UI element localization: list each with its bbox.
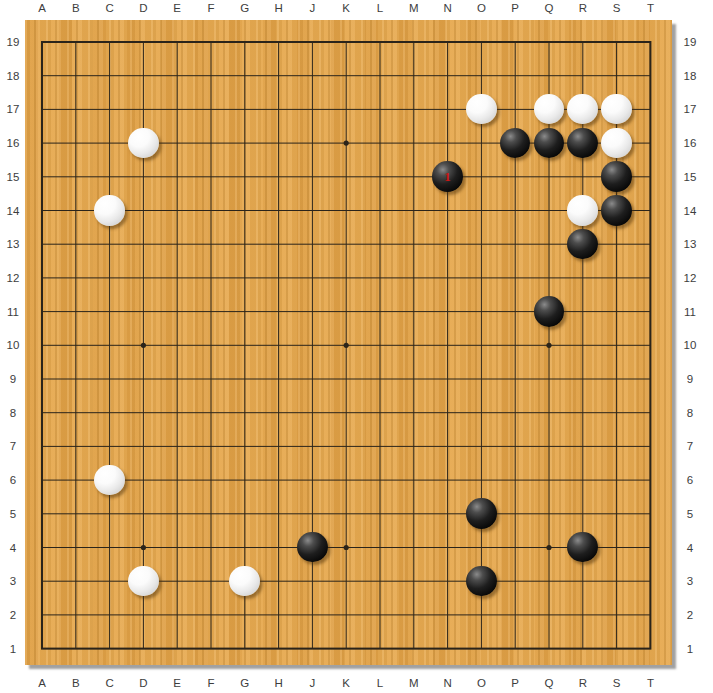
- coord-right-5: 5: [687, 508, 693, 520]
- board-point-Q11: [532, 295, 566, 329]
- board-point-O17: [464, 92, 498, 126]
- coord-left-7: 7: [10, 440, 16, 452]
- coord-bottom-J: J: [310, 677, 316, 689]
- board-point-Q17: [532, 92, 566, 126]
- coord-bottom-D: D: [139, 677, 147, 689]
- stone-white-R14[interactable]: [567, 195, 598, 226]
- coord-top-D: D: [139, 2, 147, 14]
- coord-bottom-P: P: [511, 677, 519, 689]
- coord-right-3: 3: [687, 575, 693, 587]
- coord-right-14: 14: [684, 205, 697, 217]
- stone-black-Q16[interactable]: [534, 128, 565, 159]
- coord-left-4: 4: [10, 542, 16, 554]
- coord-right-6: 6: [687, 474, 693, 486]
- coord-bottom-F: F: [207, 677, 214, 689]
- stone-black-J4[interactable]: [297, 532, 328, 563]
- coord-top-C: C: [105, 2, 113, 14]
- coord-bottom-N: N: [443, 677, 451, 689]
- coord-right-7: 7: [687, 440, 693, 452]
- stone-black-O3[interactable]: [466, 566, 497, 597]
- coord-top-B: B: [72, 2, 80, 14]
- coord-top-G: G: [240, 2, 249, 14]
- stone-black-Q11[interactable]: [534, 296, 565, 327]
- coord-top-N: N: [443, 2, 451, 14]
- coord-left-5: 5: [10, 508, 16, 520]
- go-board[interactable]: 1: [25, 20, 672, 665]
- stone-black-R13[interactable]: [567, 229, 598, 260]
- coord-bottom-O: O: [477, 677, 486, 689]
- coord-left-10: 10: [7, 339, 20, 351]
- coord-left-8: 8: [10, 407, 16, 419]
- coord-right-4: 4: [687, 542, 693, 554]
- stone-black-O5[interactable]: [466, 498, 497, 529]
- stone-black-S14[interactable]: [601, 195, 632, 226]
- board-point-C6: [93, 463, 127, 497]
- coord-top-R: R: [579, 2, 587, 14]
- board-point-P16: [498, 126, 532, 160]
- coord-top-O: O: [477, 2, 486, 14]
- coord-right-11: 11: [684, 306, 696, 318]
- stone-white-C14[interactable]: [94, 195, 125, 226]
- coord-right-17: 17: [684, 103, 697, 115]
- coord-top-P: P: [511, 2, 519, 14]
- move-number-marker: 1: [444, 170, 451, 183]
- coord-left-6: 6: [10, 474, 16, 486]
- coord-right-18: 18: [684, 70, 697, 82]
- stone-white-Q17[interactable]: [534, 94, 565, 125]
- coord-top-K: K: [342, 2, 350, 14]
- coord-left-3: 3: [10, 575, 16, 587]
- coord-bottom-E: E: [173, 677, 181, 689]
- coord-right-13: 13: [684, 238, 697, 250]
- board-point-S16: [600, 126, 634, 160]
- board-point-Q16: [532, 126, 566, 160]
- board-point-J4: [295, 530, 329, 564]
- coord-right-2: 2: [687, 609, 693, 621]
- coord-top-E: E: [173, 2, 181, 14]
- coord-bottom-T: T: [647, 677, 654, 689]
- stone-white-S17[interactable]: [601, 94, 632, 125]
- stone-white-R17[interactable]: [567, 94, 598, 125]
- coord-left-11: 11: [7, 306, 19, 318]
- coord-right-15: 15: [684, 171, 697, 183]
- coord-bottom-K: K: [342, 677, 350, 689]
- stone-black-R16[interactable]: [567, 128, 598, 159]
- stone-white-D16[interactable]: [128, 128, 159, 159]
- board-point-S15: [600, 160, 634, 194]
- board-point-R13: [566, 227, 600, 261]
- stone-white-G3[interactable]: [229, 566, 260, 597]
- stone-black-P16[interactable]: [500, 128, 531, 159]
- board-point-O3: [464, 564, 498, 598]
- stone-white-O17[interactable]: [466, 94, 497, 125]
- board-point-O5: [464, 497, 498, 531]
- coord-top-Q: Q: [545, 2, 554, 14]
- coord-top-H: H: [274, 2, 282, 14]
- coord-left-12: 12: [7, 272, 20, 284]
- coord-left-1: 1: [10, 643, 16, 655]
- stone-black-S15[interactable]: [601, 161, 632, 192]
- board-point-R4: [566, 530, 600, 564]
- stone-white-C6[interactable]: [94, 465, 125, 496]
- stones-layer: 1: [25, 25, 667, 665]
- coord-top-S: S: [613, 2, 621, 14]
- coord-bottom-C: C: [105, 677, 113, 689]
- stone-black-R4[interactable]: [567, 532, 598, 563]
- board-point-R16: [566, 126, 600, 160]
- coord-top-T: T: [647, 2, 654, 14]
- coord-bottom-L: L: [377, 677, 383, 689]
- coord-bottom-H: H: [274, 677, 282, 689]
- board-point-N15: 1: [431, 160, 465, 194]
- coord-left-18: 18: [7, 70, 20, 82]
- stone-white-S16[interactable]: [601, 128, 632, 159]
- coord-left-17: 17: [7, 103, 20, 115]
- coord-top-L: L: [377, 2, 383, 14]
- coord-left-16: 16: [7, 137, 20, 149]
- coord-right-10: 10: [684, 339, 697, 351]
- coord-bottom-G: G: [240, 677, 249, 689]
- coord-bottom-M: M: [409, 677, 419, 689]
- coord-bottom-S: S: [613, 677, 621, 689]
- coord-right-1: 1: [687, 643, 693, 655]
- coord-left-9: 9: [10, 373, 16, 385]
- coord-right-9: 9: [687, 373, 693, 385]
- coord-top-J: J: [310, 2, 316, 14]
- board-point-R14: [566, 193, 600, 227]
- coord-top-A: A: [38, 2, 46, 14]
- coord-bottom-Q: Q: [545, 677, 554, 689]
- board-point-G3: [228, 564, 262, 598]
- coord-left-19: 19: [7, 36, 20, 48]
- coord-right-8: 8: [687, 407, 693, 419]
- board-point-S17: [600, 92, 634, 126]
- coord-bottom-B: B: [72, 677, 80, 689]
- board-point-C14: [93, 193, 127, 227]
- coord-left-2: 2: [10, 609, 16, 621]
- board-point-D16: [126, 126, 160, 160]
- coord-top-F: F: [207, 2, 214, 14]
- board-point-S14: [600, 193, 634, 227]
- coord-top-M: M: [409, 2, 419, 14]
- coord-left-13: 13: [7, 238, 20, 250]
- coord-right-16: 16: [684, 137, 697, 149]
- board-point-D3: [126, 564, 160, 598]
- coord-bottom-R: R: [579, 677, 587, 689]
- coord-bottom-A: A: [38, 677, 46, 689]
- coord-right-12: 12: [684, 272, 697, 284]
- go-board-app: 1 AABBCCDDEEFFGGHHJJKKLLMMNNOOPPQQRRSSTT…: [0, 0, 713, 693]
- coord-right-19: 19: [684, 36, 697, 48]
- coord-left-14: 14: [7, 205, 20, 217]
- coord-left-15: 15: [7, 171, 20, 183]
- stone-white-D3[interactable]: [128, 566, 159, 597]
- board-point-R17: [566, 92, 600, 126]
- stone-black-N15[interactable]: 1: [432, 161, 463, 192]
